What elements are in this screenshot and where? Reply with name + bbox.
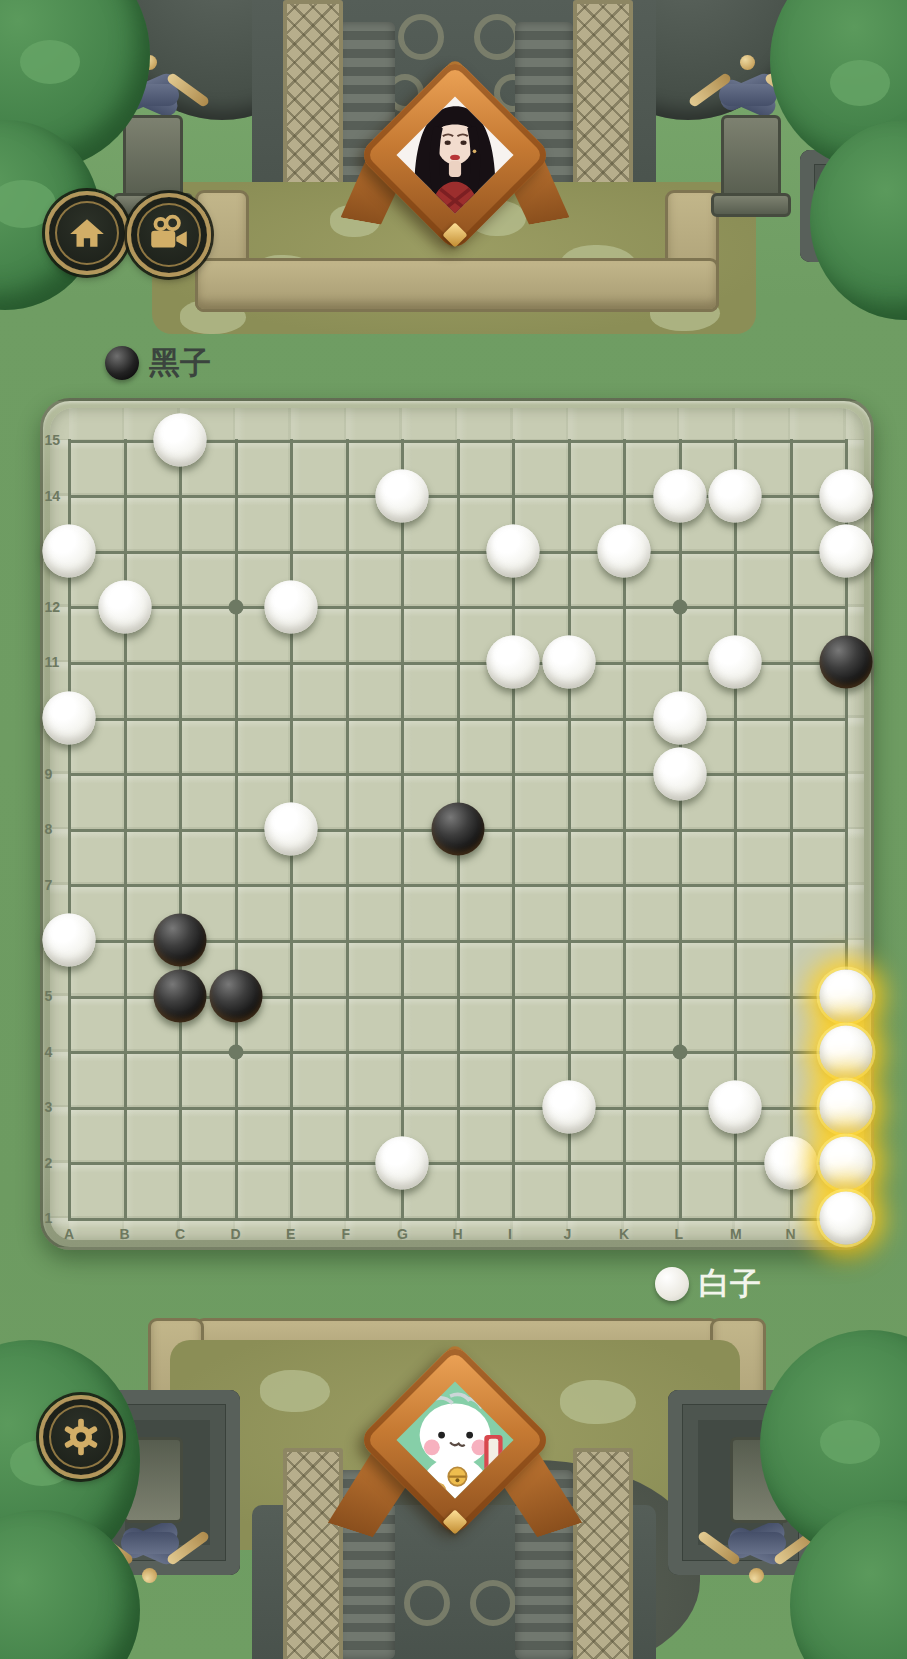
record-button[interactable] [127, 193, 211, 277]
stone-white-L9 [653, 747, 706, 800]
stone-white-L10 [653, 692, 706, 745]
row-coordinate-label: 3 [45, 1099, 53, 1115]
stone-black-O11 [820, 636, 873, 689]
column-coordinate-label: C [175, 1226, 185, 1242]
row-coordinate-label: 8 [45, 821, 53, 837]
stone-white-J11 [542, 636, 595, 689]
stone-white-M3 [709, 1081, 762, 1134]
top-player-avatar[interactable] [368, 68, 542, 242]
stone-white-O3 [820, 1081, 873, 1134]
stone-white-B12 [98, 580, 151, 633]
leaf-cluster [820, 1420, 880, 1464]
white-stone-icon [655, 1267, 689, 1301]
column-coordinate-label: L [675, 1226, 684, 1242]
row-coordinate-label: 12 [45, 599, 61, 615]
column-coordinate-label: E [286, 1226, 295, 1242]
stone-white-C15 [154, 414, 207, 467]
stone-white-G14 [376, 469, 429, 522]
wall-carving [398, 14, 444, 60]
stone-white-A10 [43, 692, 96, 745]
column-coordinate-label: K [619, 1226, 629, 1242]
stone-white-N2 [764, 1136, 817, 1189]
stone-white-A6 [43, 914, 96, 967]
black-stone-icon [105, 346, 139, 380]
column-coordinate-label: M [730, 1226, 742, 1242]
column-coordinate-label: I [508, 1226, 512, 1242]
column-coordinate-label: F [342, 1226, 351, 1242]
wall-carving [470, 1580, 516, 1626]
stone-white-M14 [709, 469, 762, 522]
row-coordinate-label: 4 [45, 1044, 53, 1060]
lattice-pillar-left-bottom [283, 1448, 343, 1659]
stone-black-D5 [209, 970, 262, 1023]
stone-wall-bottom [195, 258, 719, 312]
stone-white-O1 [820, 1192, 873, 1245]
row-coordinate-label: 5 [45, 988, 53, 1004]
stone-white-I11 [487, 636, 540, 689]
stone-white-O5 [820, 970, 873, 1023]
row-coordinate-label: 7 [45, 877, 53, 893]
video-camera-icon [146, 214, 192, 256]
leaf-cluster [830, 60, 890, 106]
column-coordinate-label: A [64, 1226, 74, 1242]
column-coordinate-label: J [564, 1226, 572, 1242]
bottom-player-label: 白子 [699, 1263, 761, 1305]
leaf-cluster [20, 40, 80, 84]
star-point [228, 599, 243, 614]
stone-white-K13 [598, 525, 651, 578]
row-coordinate-label: 11 [45, 654, 60, 670]
star-point [672, 1044, 687, 1059]
stone-white-L14 [653, 469, 706, 522]
row-coordinate-label: 2 [45, 1155, 53, 1171]
home-icon [66, 212, 108, 254]
gomoku-board: 151413121110987654321ABCDEFGHIJKLMNO [40, 398, 874, 1250]
stone-black-H8 [431, 803, 484, 856]
stone-white-O4 [820, 1025, 873, 1078]
stone-white-O13 [820, 525, 873, 578]
stone-black-C5 [154, 970, 207, 1023]
wall-carving [474, 14, 520, 60]
column-coordinate-label: D [231, 1226, 241, 1242]
top-player-indicator: 黑子 [105, 342, 211, 384]
star-point [672, 599, 687, 614]
bottom-player-indicator: 白子 [655, 1263, 761, 1305]
stone-white-O14 [820, 469, 873, 522]
gear-icon [59, 1415, 103, 1459]
stone-white-A13 [43, 525, 96, 578]
board-grid[interactable]: 151413121110987654321ABCDEFGHIJKLMNO [68, 439, 848, 1221]
top-player-label: 黑子 [149, 342, 211, 384]
stone-white-E8 [265, 803, 318, 856]
stone-black-C6 [154, 914, 207, 967]
star-point [228, 1044, 243, 1059]
lattice-pillar-right-bottom [573, 1448, 633, 1659]
stone-white-G2 [376, 1136, 429, 1189]
row-coordinate-label: 9 [45, 766, 53, 782]
stone-white-E12 [265, 580, 318, 633]
column-coordinate-label: N [786, 1226, 796, 1242]
stone-white-I13 [487, 525, 540, 578]
bottom-player-avatar[interactable] [368, 1353, 542, 1527]
wall-carving [404, 1580, 450, 1626]
stone-white-J3 [542, 1081, 595, 1134]
settings-button[interactable] [39, 1395, 123, 1479]
column-coordinate-label: G [397, 1226, 408, 1242]
row-coordinate-label: 1 [45, 1210, 53, 1226]
stone-white-M11 [709, 636, 762, 689]
row-coordinate-label: 15 [45, 432, 61, 448]
stone-patch [560, 1380, 636, 1424]
stone-patch [260, 1370, 330, 1412]
game-screen: 151413121110987654321ABCDEFGHIJKLMNO 黑子 … [0, 0, 907, 1659]
column-coordinate-label: H [453, 1226, 463, 1242]
column-coordinate-label: B [120, 1226, 130, 1242]
row-coordinate-label: 14 [45, 488, 61, 504]
home-button[interactable] [45, 191, 129, 275]
stone-white-O2 [820, 1136, 873, 1189]
